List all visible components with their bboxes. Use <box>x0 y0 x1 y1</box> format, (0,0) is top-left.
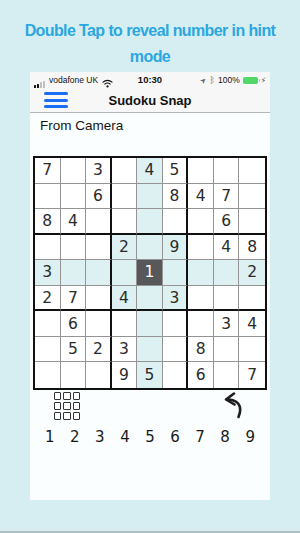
source-label: From Camera <box>40 118 123 133</box>
cell-r1c4[interactable] <box>112 158 138 184</box>
cell-r5c9[interactable]: 2 <box>239 260 265 286</box>
undo-arrow-icon <box>218 390 244 420</box>
cell-r3c6[interactable] <box>163 209 189 235</box>
cell-r2c9[interactable] <box>239 184 265 210</box>
cell-r3c9[interactable] <box>239 209 265 235</box>
cell-r7c9[interactable]: 4 <box>239 311 265 337</box>
keypad-6[interactable]: 6 <box>170 426 180 448</box>
cell-r1c2[interactable] <box>61 158 87 184</box>
cell-r2c3[interactable]: 6 <box>86 184 112 210</box>
phone-app-panel: vodafone UK 10:30 ➤ ᛒ 100% ⚡ Sudoku Snap… <box>30 72 270 500</box>
cell-r8c9[interactable] <box>239 337 265 363</box>
cell-r1c1[interactable]: 7 <box>35 158 61 184</box>
cell-r9c4[interactable]: 9 <box>112 362 138 388</box>
cell-r3c5[interactable] <box>137 209 163 235</box>
cell-r9c5[interactable]: 5 <box>137 362 163 388</box>
cell-r7c3[interactable] <box>86 311 112 337</box>
cell-r9c1[interactable] <box>35 362 61 388</box>
cell-r5c4[interactable] <box>112 260 138 286</box>
cell-r5c8[interactable] <box>214 260 240 286</box>
cell-r9c6[interactable] <box>163 362 189 388</box>
status-bar: vodafone UK 10:30 ➤ ᛒ 100% ⚡ <box>30 72 270 88</box>
keypad-5[interactable]: 5 <box>145 426 155 448</box>
cell-r1c6[interactable]: 5 <box>163 158 189 184</box>
cell-r1c5[interactable]: 4 <box>137 158 163 184</box>
cell-r3c4[interactable] <box>112 209 138 235</box>
cell-r5c1[interactable]: 3 <box>35 260 61 286</box>
status-time: 10:30 <box>30 72 270 88</box>
cell-r6c3[interactable] <box>86 286 112 312</box>
cell-r7c7[interactable] <box>188 311 214 337</box>
cell-r3c3[interactable] <box>86 209 112 235</box>
cell-r7c2[interactable]: 6 <box>61 311 87 337</box>
cell-r4c6[interactable]: 9 <box>163 235 189 261</box>
hint-banner: Double Tap to reveal number in hint mode <box>14 18 286 69</box>
keypad-1[interactable]: 1 <box>45 426 55 448</box>
sudoku-board[interactable]: 734568478462948312274363452389567 <box>33 156 267 390</box>
cell-r9c8[interactable] <box>214 362 240 388</box>
cell-r3c7[interactable] <box>188 209 214 235</box>
cell-r6c9[interactable] <box>239 286 265 312</box>
cell-r2c6[interactable]: 8 <box>163 184 189 210</box>
cell-r4c8[interactable]: 4 <box>214 235 240 261</box>
cell-r4c7[interactable] <box>188 235 214 261</box>
pencil-marks-button[interactable] <box>54 392 80 420</box>
cell-r4c4[interactable]: 2 <box>112 235 138 261</box>
cell-r3c2[interactable]: 4 <box>61 209 87 235</box>
cell-r1c9[interactable] <box>239 158 265 184</box>
cell-r6c5[interactable] <box>137 286 163 312</box>
undo-button[interactable] <box>218 390 244 424</box>
keypad-8[interactable]: 8 <box>220 426 230 448</box>
cell-r1c3[interactable]: 3 <box>86 158 112 184</box>
cell-r6c2[interactable]: 7 <box>61 286 87 312</box>
cell-r4c3[interactable] <box>86 235 112 261</box>
cell-r2c7[interactable]: 4 <box>188 184 214 210</box>
cell-r1c8[interactable] <box>214 158 240 184</box>
keypad-4[interactable]: 4 <box>120 426 130 448</box>
keypad-2[interactable]: 2 <box>70 426 80 448</box>
app-title: Sudoku Snap <box>108 93 191 108</box>
cell-r7c6[interactable] <box>163 311 189 337</box>
cell-r5c2[interactable] <box>61 260 87 286</box>
keypad-3[interactable]: 3 <box>95 426 105 448</box>
cell-r2c2[interactable] <box>61 184 87 210</box>
cell-r5c3[interactable] <box>86 260 112 286</box>
cell-r3c1[interactable]: 8 <box>35 209 61 235</box>
cell-r8c2[interactable]: 5 <box>61 337 87 363</box>
cell-r8c5[interactable] <box>137 337 163 363</box>
cell-r8c1[interactable] <box>35 337 61 363</box>
cell-r7c4[interactable] <box>112 311 138 337</box>
cell-r7c1[interactable] <box>35 311 61 337</box>
cell-r4c5[interactable] <box>137 235 163 261</box>
cell-r9c7[interactable]: 6 <box>188 362 214 388</box>
keypad-9[interactable]: 9 <box>245 426 255 448</box>
cell-r6c1[interactable]: 2 <box>35 286 61 312</box>
cell-r6c4[interactable]: 4 <box>112 286 138 312</box>
cell-r5c7[interactable] <box>188 260 214 286</box>
cell-r4c9[interactable]: 8 <box>239 235 265 261</box>
number-keypad: 1 2 3 4 5 6 7 8 9 <box>30 426 270 448</box>
cell-r8c3[interactable]: 2 <box>86 337 112 363</box>
cell-r6c7[interactable] <box>188 286 214 312</box>
cell-r5c5[interactable]: 1 <box>137 260 163 286</box>
cell-r9c9[interactable]: 7 <box>239 362 265 388</box>
cell-r7c8[interactable]: 3 <box>214 311 240 337</box>
cell-r8c8[interactable] <box>214 337 240 363</box>
battery-icon <box>243 77 258 84</box>
cell-r4c2[interactable] <box>61 235 87 261</box>
cell-r9c2[interactable] <box>61 362 87 388</box>
cell-r2c1[interactable] <box>35 184 61 210</box>
cell-r3c8[interactable]: 6 <box>214 209 240 235</box>
cell-r8c7[interactable]: 8 <box>188 337 214 363</box>
nav-bar: Sudoku Snap <box>30 88 270 113</box>
cell-r2c8[interactable]: 7 <box>214 184 240 210</box>
cell-r4c1[interactable] <box>35 235 61 261</box>
cell-r1c7[interactable] <box>188 158 214 184</box>
hamburger-menu-button[interactable] <box>44 92 68 108</box>
cell-r7c5[interactable] <box>137 311 163 337</box>
cell-r2c5[interactable] <box>137 184 163 210</box>
toolbar <box>30 392 270 420</box>
cell-r2c4[interactable] <box>112 184 138 210</box>
cell-r8c6[interactable] <box>163 337 189 363</box>
cell-r8c4[interactable]: 3 <box>112 337 138 363</box>
keypad-7[interactable]: 7 <box>195 426 205 448</box>
cell-r6c6[interactable]: 3 <box>163 286 189 312</box>
cell-r6c8[interactable] <box>214 286 240 312</box>
cell-r5c6[interactable] <box>163 260 189 286</box>
cell-r9c3[interactable] <box>86 362 112 388</box>
